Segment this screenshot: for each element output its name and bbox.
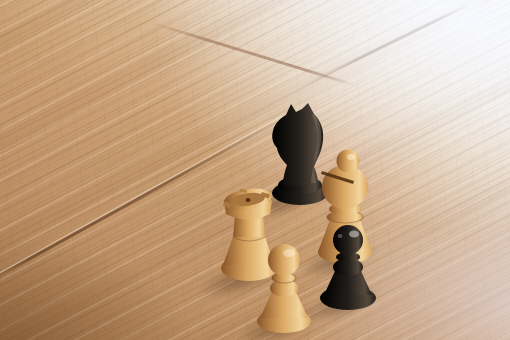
pawn-base [320, 271, 376, 310]
pawn-body [333, 225, 363, 276]
rook-body [223, 186, 274, 237]
white-pawn-piece [255, 240, 313, 334]
rook-cup-hole [246, 198, 251, 202]
pawn-body [268, 244, 300, 297]
black-pawn-piece [317, 223, 379, 311]
bishop-body [321, 150, 368, 224]
chess-pieces-photo [0, 0, 510, 340]
pawn-base [257, 292, 311, 333]
